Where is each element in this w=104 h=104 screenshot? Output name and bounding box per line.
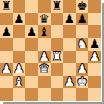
white-pawn: ♟: [1, 63, 12, 75]
square-e6[interactable]: [51, 25, 64, 38]
white-knight: ♞: [77, 38, 88, 50]
black-bishop: ♝: [39, 25, 50, 37]
square-h1[interactable]: [88, 88, 101, 101]
black-pawn: ♟: [26, 25, 37, 37]
square-d1[interactable]: [38, 88, 51, 101]
square-a3[interactable]: ♟: [0, 63, 13, 76]
chess-board: ♜♜♚♟♛♟♟♟♟♝♞♟♟♜♟♟♟♛♟♝♟♚: [0, 0, 101, 101]
square-e4[interactable]: ♜: [51, 51, 64, 64]
black-pawn: ♟: [77, 13, 88, 25]
square-f4[interactable]: [63, 51, 76, 64]
square-c6[interactable]: ♟: [25, 25, 38, 38]
white-king: ♚: [77, 76, 88, 88]
square-e3[interactable]: [51, 63, 64, 76]
square-c8[interactable]: [25, 0, 38, 13]
square-a6[interactable]: ♟: [0, 25, 13, 38]
bottom-shadow-border: [3, 102, 104, 104]
white-pawn: ♟: [14, 63, 25, 75]
square-c4[interactable]: [25, 51, 38, 64]
square-e2[interactable]: [51, 76, 64, 89]
square-b2[interactable]: ♝: [13, 76, 26, 89]
right-shadow-border: [102, 3, 104, 104]
square-e1[interactable]: [51, 88, 64, 101]
square-b5[interactable]: [13, 38, 26, 51]
square-h2[interactable]: [88, 76, 101, 89]
square-a8[interactable]: ♜: [0, 0, 13, 13]
square-g2[interactable]: ♚: [76, 76, 89, 89]
square-b7[interactable]: ♟: [13, 13, 26, 26]
square-c1[interactable]: [25, 88, 38, 101]
square-f1[interactable]: [63, 88, 76, 101]
square-h7[interactable]: [88, 13, 101, 26]
square-e7[interactable]: [51, 13, 64, 26]
black-pawn: ♟: [14, 13, 25, 25]
square-d6[interactable]: ♝: [38, 25, 51, 38]
square-f5[interactable]: [63, 38, 76, 51]
square-g7[interactable]: ♟: [76, 13, 89, 26]
square-b1[interactable]: [13, 88, 26, 101]
square-c3[interactable]: [25, 63, 38, 76]
square-h3[interactable]: [88, 63, 101, 76]
white-pawn: ♟: [64, 76, 75, 88]
black-rook: ♜: [51, 0, 62, 12]
square-a1[interactable]: [0, 88, 13, 101]
black-pawn: ♟: [64, 13, 75, 25]
white-pawn: ♟: [39, 51, 50, 63]
square-a5[interactable]: [0, 38, 13, 51]
square-e8[interactable]: ♜: [51, 0, 64, 13]
square-h8[interactable]: [88, 0, 101, 13]
square-d2[interactable]: [38, 76, 51, 89]
white-pawn: ♟: [77, 63, 88, 75]
square-c2[interactable]: [25, 76, 38, 89]
square-d3[interactable]: ♛: [38, 63, 51, 76]
black-pawn: ♟: [1, 25, 12, 37]
square-f7[interactable]: ♟: [63, 13, 76, 26]
square-f6[interactable]: [63, 25, 76, 38]
square-f2[interactable]: ♟: [63, 76, 76, 89]
square-c5[interactable]: [25, 38, 38, 51]
black-rook: ♜: [1, 0, 12, 12]
white-rook: ♜: [51, 51, 62, 63]
square-g5[interactable]: ♞: [76, 38, 89, 51]
black-queen: ♛: [39, 13, 50, 25]
chess-diagram-thumbnail: ♜♜♚♟♛♟♟♟♟♝♞♟♟♜♟♟♟♛♟♝♟♚: [0, 0, 104, 104]
black-king: ♚: [77, 0, 88, 12]
white-pawn: ♟: [89, 51, 100, 63]
square-g1[interactable]: [76, 88, 89, 101]
white-bishop: ♝: [14, 76, 25, 88]
square-b6[interactable]: [13, 25, 26, 38]
square-a2[interactable]: [0, 76, 13, 89]
black-pawn: ♟: [89, 38, 100, 50]
square-h4[interactable]: ♟: [88, 51, 101, 64]
white-queen: ♛: [39, 63, 50, 75]
